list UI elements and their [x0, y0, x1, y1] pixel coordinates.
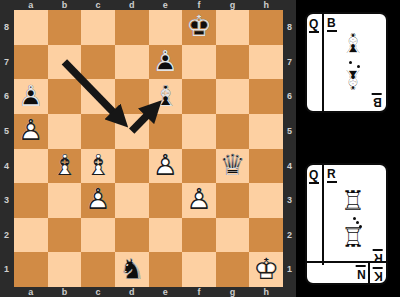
piece-black-pawn-a6[interactable]: ♟♙ — [14, 79, 48, 114]
coord-file-c-top: c — [81, 0, 115, 10]
square-h3[interactable] — [249, 183, 283, 218]
piece-white-pawn-a5[interactable]: ♟♙ — [14, 114, 48, 149]
rook-card-glyph-upright: ♖ — [320, 187, 386, 215]
square-a7[interactable] — [14, 45, 48, 80]
square-f6[interactable] — [182, 79, 216, 114]
square-c1[interactable] — [81, 252, 115, 287]
coord-file-g-top: g — [216, 0, 250, 10]
piece-black-queen-g4[interactable]: ♛♕ — [216, 149, 250, 184]
coord-file-g-bottom: g — [216, 287, 250, 297]
bishop-card-glyph-inverted: ♝ ♗ — [320, 65, 386, 93]
board-section: aabbccddeeffgghh8877665544332211♚♔♟♙♟♙♝♗… — [0, 0, 296, 297]
square-b8[interactable] — [48, 10, 82, 45]
piece-white-king-h1[interactable]: ♚♔ — [249, 252, 283, 287]
coord-rank-8-left: 8 — [0, 10, 13, 45]
square-d8[interactable] — [115, 10, 149, 45]
piece-white-pawn-e4[interactable]: ♟♙ — [149, 149, 183, 184]
square-d2[interactable] — [115, 218, 149, 253]
square-f4[interactable] — [182, 149, 216, 184]
card-index-bishop-bottom: B — [372, 93, 382, 108]
square-a2[interactable] — [14, 218, 48, 253]
square-h2[interactable] — [249, 218, 283, 253]
coord-rank-7-left: 7 — [0, 45, 13, 80]
card-group-rook[interactable]: Q R ♖ ♖ R N K — [305, 163, 388, 285]
square-e3[interactable] — [149, 183, 183, 218]
square-f2[interactable] — [182, 218, 216, 253]
card-index-queen-2: Q — [309, 169, 319, 184]
piece-white-pawn-f3[interactable]: ♟♙ — [182, 183, 216, 218]
coord-file-b-top: b — [48, 0, 82, 10]
coord-rank-3-left: 3 — [0, 183, 13, 218]
coord-rank-4-left: 4 — [0, 149, 13, 184]
coord-file-b-bottom: b — [48, 287, 82, 297]
cards-panel: Q B ♝ ♗ ♝ ♗ B Q R ♖ — [296, 0, 400, 297]
square-c6[interactable] — [81, 79, 115, 114]
piece-white-bishop-b4[interactable]: ♝♗ — [48, 149, 82, 184]
rook-card-glyph-inverted: ♖ — [320, 222, 386, 250]
square-g5[interactable] — [216, 114, 250, 149]
coord-rank-6-right: 6 — [283, 79, 296, 114]
square-g2[interactable] — [216, 218, 250, 253]
square-b7[interactable] — [48, 45, 82, 80]
card-queen-back[interactable]: Q — [307, 14, 324, 111]
card-index-king: K — [373, 267, 383, 282]
piece-white-bishop-c4[interactable]: ♝♗ — [81, 149, 115, 184]
square-d7[interactable] — [115, 45, 149, 80]
coord-file-f-bottom: f — [182, 287, 216, 297]
card-group-bishop[interactable]: Q B ♝ ♗ ♝ ♗ B — [305, 12, 388, 113]
square-d5[interactable] — [115, 114, 149, 149]
square-g8[interactable] — [216, 10, 250, 45]
square-c5[interactable] — [81, 114, 115, 149]
square-c7[interactable] — [81, 45, 115, 80]
coord-rank-5-right: 5 — [283, 114, 296, 149]
peeking-cards-strip[interactable]: N K — [307, 261, 386, 283]
card-king-corner[interactable]: K — [368, 263, 386, 283]
square-f5[interactable] — [182, 114, 216, 149]
square-a4[interactable] — [14, 149, 48, 184]
coord-rank-7-right: 7 — [283, 45, 296, 80]
square-b5[interactable] — [48, 114, 82, 149]
square-e5[interactable] — [149, 114, 183, 149]
square-g1[interactable] — [216, 252, 250, 287]
coord-rank-2-left: 2 — [0, 218, 13, 253]
coord-file-c-bottom: c — [81, 287, 115, 297]
coord-rank-1-right: 1 — [283, 252, 296, 287]
square-h5[interactable] — [249, 114, 283, 149]
square-f7[interactable] — [182, 45, 216, 80]
coord-file-h-bottom: h — [249, 287, 283, 297]
square-e1[interactable] — [149, 252, 183, 287]
square-a1[interactable] — [14, 252, 48, 287]
square-d6[interactable] — [115, 79, 149, 114]
coord-rank-1-left: 1 — [0, 252, 13, 287]
card-queen-back-2[interactable]: Q — [307, 165, 324, 265]
card-center-dot — [353, 217, 356, 220]
coord-file-a-bottom: a — [14, 287, 48, 297]
coord-rank-3-right: 3 — [283, 183, 296, 218]
square-g7[interactable] — [216, 45, 250, 80]
square-b3[interactable] — [48, 183, 82, 218]
square-d3[interactable] — [115, 183, 149, 218]
coord-rank-2-right: 2 — [283, 218, 296, 253]
card-index-knight: N — [356, 265, 366, 280]
coord-file-e-top: e — [149, 0, 183, 10]
piece-black-bishop-e6[interactable]: ♝♗ — [149, 79, 183, 114]
chess-app: aabbccddeeffgghh8877665544332211♚♔♟♙♟♙♝♗… — [0, 0, 400, 297]
coord-file-a-top: a — [14, 0, 48, 10]
square-g3[interactable] — [216, 183, 250, 218]
square-c8[interactable] — [81, 10, 115, 45]
square-b6[interactable] — [48, 79, 82, 114]
square-g6[interactable] — [216, 79, 250, 114]
square-d4[interactable] — [115, 149, 149, 184]
card-index-rook: R — [327, 168, 337, 183]
piece-black-king-f8[interactable]: ♚♔ — [182, 10, 216, 45]
card-index-queen: Q — [309, 18, 319, 33]
piece-black-knight-d1[interactable]: ♞♘ — [115, 252, 149, 287]
square-e8[interactable] — [149, 10, 183, 45]
square-h6[interactable] — [249, 79, 283, 114]
square-b1[interactable] — [48, 252, 82, 287]
piece-white-pawn-c3[interactable]: ♟♙ — [81, 183, 115, 218]
coord-rank-5-left: 5 — [0, 114, 13, 149]
square-a3[interactable] — [14, 183, 48, 218]
piece-black-pawn-e7[interactable]: ♟♙ — [149, 45, 183, 80]
square-f1[interactable] — [182, 252, 216, 287]
bishop-card-glyph-upright: ♝ ♗ — [320, 30, 386, 58]
coord-file-e-bottom: e — [149, 287, 183, 297]
square-b2[interactable] — [48, 218, 82, 253]
square-e2[interactable] — [149, 218, 183, 253]
coord-rank-8-right: 8 — [283, 10, 296, 45]
coord-file-h-top: h — [249, 0, 283, 10]
coord-file-d-top: d — [115, 0, 149, 10]
coord-file-d-bottom: d — [115, 287, 149, 297]
square-c2[interactable] — [81, 218, 115, 253]
square-h4[interactable] — [249, 149, 283, 184]
square-a8[interactable] — [14, 10, 48, 45]
square-h8[interactable] — [249, 10, 283, 45]
coord-rank-6-left: 6 — [0, 79, 13, 114]
square-h7[interactable] — [249, 45, 283, 80]
coord-rank-4-right: 4 — [283, 149, 296, 184]
